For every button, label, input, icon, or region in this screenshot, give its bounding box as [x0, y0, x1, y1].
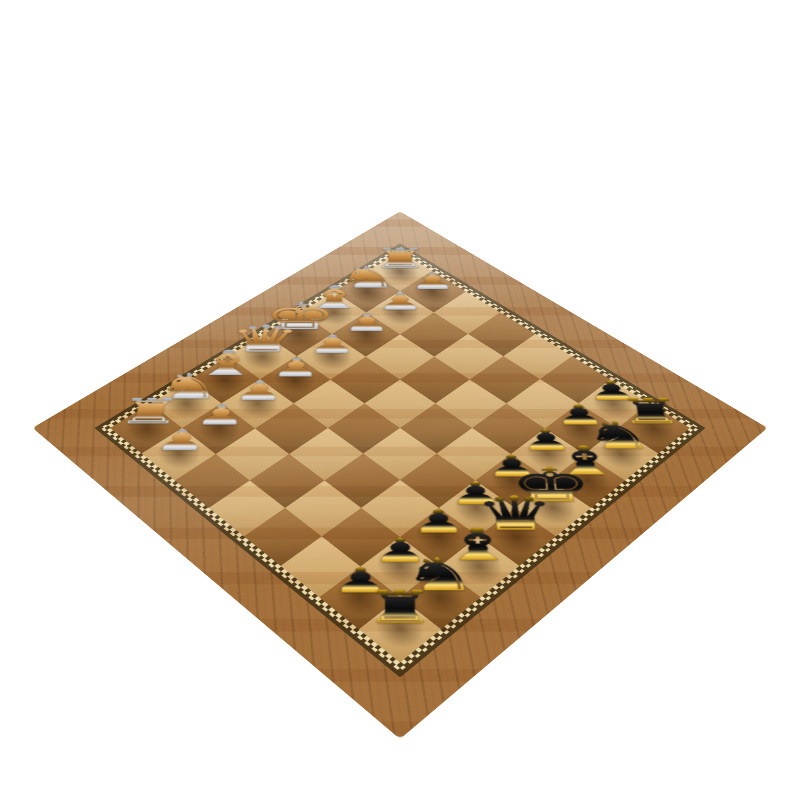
white-pawn-icon[interactable]: ♟: [97, 290, 260, 453]
black-rook-icon[interactable]: ♜: [309, 446, 492, 629]
pawn-glyph: ♟: [153, 383, 204, 453]
product-scene: ♜♞♝♛♚♝♞♜♟♟♟♟♟♟♟♟♟♟♟♟♟♟♟♟♜♞♝♛♚♝♞♜: [0, 0, 800, 800]
rook-glyph: ♜: [363, 529, 436, 629]
chess-case-top: ♜♞♝♛♚♝♞♜♟♟♟♟♟♟♟♟♟♟♟♟♟♟♟♟♜♞♝♛♚♝♞♜: [32, 211, 767, 739]
